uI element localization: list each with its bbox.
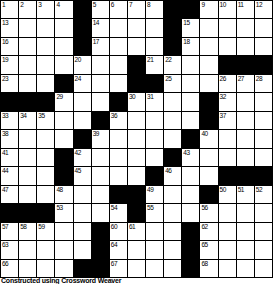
clue-number: 59 — [38, 223, 44, 230]
block-cell — [255, 56, 272, 73]
cell[interactable]: 25 — [164, 75, 181, 92]
cell[interactable] — [200, 56, 217, 73]
cell[interactable] — [128, 38, 145, 55]
cell[interactable] — [110, 19, 127, 36]
cell[interactable] — [255, 204, 272, 221]
cell[interactable]: 59 — [37, 223, 54, 240]
cell[interactable]: 42 — [74, 149, 91, 166]
clue-number: 23 — [2, 75, 8, 82]
cell[interactable]: 14 — [92, 19, 109, 36]
block-cell — [55, 149, 72, 166]
cell[interactable] — [110, 56, 127, 73]
cell[interactable] — [110, 167, 127, 184]
cell[interactable] — [219, 38, 236, 55]
cell[interactable] — [37, 38, 54, 55]
cell[interactable] — [55, 241, 72, 258]
cell[interactable] — [164, 93, 181, 110]
block-cell — [92, 260, 109, 277]
cell[interactable]: 26 — [219, 75, 236, 92]
cell[interactable]: 47 — [1, 186, 18, 203]
clue-number: 28 — [256, 75, 262, 82]
clue-number: 32 — [220, 93, 226, 100]
clue-number: 30 — [129, 93, 135, 100]
cell[interactable] — [164, 223, 181, 240]
block-cell — [74, 19, 91, 36]
cell[interactable]: 52 — [255, 186, 272, 203]
cell[interactable] — [37, 186, 54, 203]
cell[interactable]: 57 — [1, 223, 18, 240]
cell[interactable]: 19 — [1, 56, 18, 73]
cell[interactable] — [255, 149, 272, 166]
block-cell — [200, 112, 217, 129]
clue-number: 38 — [2, 130, 8, 137]
block-cell — [1, 204, 18, 221]
block-cell — [128, 204, 145, 221]
clue-number: 36 — [111, 112, 117, 119]
cell[interactable] — [19, 56, 36, 73]
cell[interactable]: 64 — [110, 241, 127, 258]
block-cell — [74, 1, 91, 18]
cell[interactable]: 66 — [1, 260, 18, 277]
clue-number: 3 — [38, 1, 41, 8]
cell[interactable]: 45 — [74, 167, 91, 184]
block-cell — [255, 167, 272, 184]
cell[interactable] — [55, 130, 72, 147]
block-cell — [128, 75, 145, 92]
cell[interactable] — [255, 223, 272, 240]
cell[interactable] — [219, 260, 236, 277]
clue-number: 25 — [165, 75, 171, 82]
clue-number: 21 — [147, 56, 153, 63]
cell[interactable] — [219, 223, 236, 240]
cell[interactable] — [37, 75, 54, 92]
cell[interactable]: 50 — [219, 186, 236, 203]
cell[interactable] — [19, 260, 36, 277]
clue-number: 62 — [201, 223, 207, 230]
cell[interactable]: 24 — [74, 75, 91, 92]
credit-caption: Constructed using Crossword Weaver — [1, 277, 121, 284]
block-cell — [128, 186, 145, 203]
cell[interactable] — [19, 130, 36, 147]
block-cell — [182, 223, 199, 240]
cell[interactable]: 4 — [55, 1, 72, 18]
block-cell — [19, 204, 36, 221]
block-cell — [182, 241, 199, 258]
cell[interactable] — [182, 93, 199, 110]
cell[interactable] — [219, 149, 236, 166]
cell[interactable] — [110, 149, 127, 166]
cell[interactable] — [237, 38, 254, 55]
cell[interactable] — [164, 241, 181, 258]
clue-number: 35 — [38, 112, 44, 119]
cell[interactable] — [146, 130, 163, 147]
cell[interactable] — [146, 223, 163, 240]
clue-number: 41 — [2, 149, 8, 156]
cell[interactable] — [182, 167, 199, 184]
clue-number: 44 — [2, 167, 8, 174]
clue-number: 45 — [75, 167, 81, 174]
clue-number: 26 — [220, 75, 226, 82]
clue-number: 8 — [147, 1, 150, 8]
cell[interactable]: 44 — [1, 167, 18, 184]
clue-number: 1 — [2, 1, 5, 8]
clue-number: 12 — [256, 1, 262, 8]
block-cell — [182, 130, 199, 147]
block-cell — [74, 130, 91, 147]
block-cell — [164, 19, 181, 36]
block-cell — [92, 241, 109, 258]
cell[interactable] — [146, 241, 163, 258]
cell[interactable] — [74, 186, 91, 203]
cell[interactable] — [37, 241, 54, 258]
cell[interactable] — [164, 204, 181, 221]
block-cell — [164, 149, 181, 166]
cell[interactable]: 20 — [74, 56, 91, 73]
block-cell — [200, 186, 217, 203]
block-cell — [37, 93, 54, 110]
cell[interactable] — [255, 93, 272, 110]
clue-number: 14 — [93, 19, 99, 26]
cell[interactable]: 36 — [110, 112, 127, 129]
cell[interactable] — [19, 186, 36, 203]
clue-number: 46 — [165, 167, 171, 174]
cell[interactable]: 56 — [200, 204, 217, 221]
block-cell — [128, 56, 145, 73]
clue-number: 37 — [220, 112, 226, 119]
cell[interactable] — [200, 75, 217, 92]
block-cell — [237, 56, 254, 73]
block-cell — [19, 93, 36, 110]
cell[interactable]: 38 — [1, 130, 18, 147]
cell[interactable] — [164, 112, 181, 129]
cell[interactable] — [200, 167, 217, 184]
cell[interactable]: 23 — [1, 75, 18, 92]
cell[interactable] — [74, 241, 91, 258]
cell[interactable]: 35 — [37, 112, 54, 129]
clue-number: 40 — [201, 130, 207, 137]
cell[interactable]: 49 — [146, 186, 163, 203]
clue-number: 5 — [93, 1, 96, 8]
cell[interactable] — [128, 19, 145, 36]
clue-number: 51 — [238, 186, 244, 193]
cell[interactable] — [146, 149, 163, 166]
clue-number: 52 — [256, 186, 262, 193]
cell[interactable]: 11 — [237, 1, 254, 18]
cell[interactable]: 2 — [19, 1, 36, 18]
cell[interactable] — [37, 149, 54, 166]
cell[interactable]: 51 — [237, 186, 254, 203]
cell[interactable]: 34 — [19, 112, 36, 129]
clue-number: 27 — [238, 75, 244, 82]
clue-number: 53 — [56, 204, 62, 211]
clue-number: 4 — [56, 1, 59, 8]
crossword-page: 1234567891011121314151617181920212223242… — [0, 0, 273, 284]
block-cell — [92, 223, 109, 240]
clue-number: 68 — [201, 260, 207, 267]
clue-number: 22 — [165, 56, 171, 63]
clue-number: 13 — [2, 19, 8, 26]
cell[interactable] — [128, 130, 145, 147]
cell[interactable]: 48 — [55, 186, 72, 203]
block-cell — [164, 38, 181, 55]
block-cell — [74, 260, 91, 277]
cell[interactable] — [255, 130, 272, 147]
cell[interactable] — [255, 19, 272, 36]
clue-number: 63 — [2, 241, 8, 248]
cell[interactable]: 15 — [182, 19, 199, 36]
cell[interactable] — [110, 38, 127, 55]
cell[interactable] — [164, 186, 181, 203]
cell[interactable] — [164, 130, 181, 147]
clue-number: 54 — [111, 204, 117, 211]
clue-number: 66 — [2, 260, 8, 267]
clue-number: 65 — [201, 241, 207, 248]
cell[interactable] — [110, 130, 127, 147]
cell[interactable] — [219, 19, 236, 36]
cell[interactable] — [200, 19, 217, 36]
cell[interactable]: 6 — [110, 1, 127, 18]
cell[interactable] — [255, 241, 272, 258]
cell[interactable] — [200, 149, 217, 166]
cell[interactable] — [219, 130, 236, 147]
clue-number: 56 — [201, 204, 207, 211]
clue-number: 55 — [147, 204, 153, 211]
clue-number: 2 — [20, 1, 23, 8]
cell[interactable]: 62 — [200, 223, 217, 240]
cell[interactable] — [74, 223, 91, 240]
clue-number: 43 — [183, 149, 189, 156]
cell[interactable] — [74, 112, 91, 129]
cell[interactable] — [146, 19, 163, 36]
cell[interactable] — [55, 38, 72, 55]
cell[interactable] — [92, 93, 109, 110]
clue-number: 57 — [2, 223, 8, 230]
block-cell — [74, 38, 91, 55]
clue-number: 17 — [93, 38, 99, 45]
cell[interactable] — [19, 149, 36, 166]
cell[interactable] — [237, 241, 254, 258]
block-cell — [37, 204, 54, 221]
cell[interactable] — [37, 167, 54, 184]
block-cell — [219, 56, 236, 73]
cell[interactable]: 13 — [1, 19, 18, 36]
cell[interactable]: 8 — [146, 1, 163, 18]
cell[interactable]: 58 — [19, 223, 36, 240]
cell[interactable]: 1 — [1, 1, 18, 18]
cell[interactable]: 39 — [92, 130, 109, 147]
block-cell — [200, 93, 217, 110]
block-cell — [92, 112, 109, 129]
clue-number: 60 — [111, 223, 117, 230]
cell[interactable]: 18 — [182, 38, 199, 55]
cell[interactable] — [237, 93, 254, 110]
clue-number: 58 — [20, 223, 26, 230]
cell[interactable] — [128, 241, 145, 258]
cell[interactable] — [237, 19, 254, 36]
block-cell — [164, 1, 181, 18]
clue-number: 31 — [147, 93, 153, 100]
cell[interactable] — [92, 56, 109, 73]
block-cell — [55, 75, 72, 92]
clue-number: 61 — [129, 223, 135, 230]
cell[interactable]: 54 — [110, 204, 127, 221]
cell[interactable] — [55, 223, 72, 240]
cell[interactable] — [55, 260, 72, 277]
block-cell — [182, 260, 199, 277]
cell[interactable]: 46 — [164, 167, 181, 184]
cell[interactable] — [255, 260, 272, 277]
cell[interactable] — [128, 260, 145, 277]
cell[interactable] — [128, 149, 145, 166]
cell[interactable] — [19, 75, 36, 92]
cell[interactable] — [19, 19, 36, 36]
cell[interactable]: 21 — [146, 56, 163, 73]
cell[interactable]: 41 — [1, 149, 18, 166]
clue-number: 34 — [20, 112, 26, 119]
clue-number: 20 — [75, 56, 81, 63]
cell[interactable]: 12 — [255, 1, 272, 18]
cell[interactable]: 5 — [92, 1, 109, 18]
cell[interactable]: 16 — [1, 38, 18, 55]
cell[interactable] — [74, 93, 91, 110]
cell[interactable] — [92, 167, 109, 184]
clue-number: 67 — [111, 260, 117, 267]
cell[interactable]: 10 — [219, 1, 236, 18]
block-cell — [219, 167, 236, 184]
block-cell — [55, 167, 72, 184]
cell[interactable]: 65 — [200, 241, 217, 258]
clue-number: 48 — [56, 186, 62, 193]
clue-number: 39 — [93, 130, 99, 137]
cell[interactable] — [37, 130, 54, 147]
block-cell — [110, 186, 127, 203]
cell[interactable] — [55, 56, 72, 73]
cell[interactable] — [146, 38, 163, 55]
cell[interactable] — [37, 56, 54, 73]
cell[interactable]: 43 — [182, 149, 199, 166]
cell[interactable]: 31 — [146, 93, 163, 110]
cell[interactable]: 68 — [200, 260, 217, 277]
cell[interactable]: 27 — [237, 75, 254, 92]
cell[interactable] — [92, 75, 109, 92]
cell[interactable] — [182, 56, 199, 73]
cell[interactable] — [255, 112, 272, 129]
cell[interactable] — [237, 112, 254, 129]
cell[interactable] — [128, 112, 145, 129]
block-cell — [182, 1, 199, 18]
clue-number: 10 — [220, 1, 226, 8]
cell[interactable]: 60 — [110, 223, 127, 240]
cell[interactable]: 67 — [110, 260, 127, 277]
cell[interactable]: 55 — [146, 204, 163, 221]
clue-number: 49 — [147, 186, 153, 193]
crossword-grid: 1234567891011121314151617181920212223242… — [0, 0, 273, 278]
cell[interactable]: 3 — [37, 1, 54, 18]
clue-number: 6 — [111, 1, 114, 8]
cell[interactable]: 61 — [128, 223, 145, 240]
block-cell — [146, 167, 163, 184]
clue-number: 29 — [56, 93, 62, 100]
clue-number: 47 — [2, 186, 8, 193]
block-cell — [110, 93, 127, 110]
cell[interactable] — [182, 75, 199, 92]
cell[interactable] — [55, 19, 72, 36]
cell[interactable]: 33 — [1, 112, 18, 129]
cell[interactable] — [37, 260, 54, 277]
block-cell — [146, 75, 163, 92]
cell[interactable] — [182, 112, 199, 129]
cell[interactable]: 32 — [219, 93, 236, 110]
cell[interactable] — [237, 130, 254, 147]
cell[interactable] — [200, 38, 217, 55]
cell[interactable] — [92, 149, 109, 166]
cell[interactable] — [146, 112, 163, 129]
cell[interactable]: 17 — [92, 38, 109, 55]
clue-number: 7 — [129, 1, 132, 8]
cell[interactable] — [19, 241, 36, 258]
cell[interactable] — [19, 38, 36, 55]
clue-number: 19 — [2, 56, 8, 63]
cell[interactable] — [237, 204, 254, 221]
cell[interactable]: 37 — [219, 112, 236, 129]
cell[interactable] — [255, 38, 272, 55]
cell[interactable] — [182, 186, 199, 203]
clue-number: 24 — [75, 75, 81, 82]
cell[interactable] — [237, 223, 254, 240]
block-cell — [237, 167, 254, 184]
clue-number: 33 — [2, 112, 8, 119]
cell[interactable]: 40 — [200, 130, 217, 147]
cell[interactable] — [110, 75, 127, 92]
cell[interactable] — [146, 260, 163, 277]
cell[interactable] — [19, 167, 36, 184]
clue-number: 18 — [183, 38, 189, 45]
clue-number: 42 — [75, 149, 81, 156]
block-cell — [1, 93, 18, 110]
clue-number: 16 — [2, 38, 8, 45]
clue-number: 15 — [183, 19, 189, 26]
cell[interactable]: 30 — [128, 93, 145, 110]
cell[interactable] — [55, 112, 72, 129]
clue-number: 50 — [220, 186, 226, 193]
cell[interactable]: 9 — [200, 1, 217, 18]
clue-number: 11 — [238, 1, 244, 8]
cell[interactable] — [74, 204, 91, 221]
clue-number: 64 — [111, 241, 117, 248]
cell[interactable] — [219, 241, 236, 258]
cell[interactable]: 28 — [255, 75, 272, 92]
cell[interactable]: 53 — [55, 204, 72, 221]
cell[interactable] — [92, 186, 109, 203]
cell[interactable] — [37, 19, 54, 36]
cell[interactable]: 63 — [1, 241, 18, 258]
cell[interactable]: 29 — [55, 93, 72, 110]
cell[interactable] — [237, 149, 254, 166]
cell[interactable] — [92, 204, 109, 221]
cell[interactable] — [128, 167, 145, 184]
cell[interactable] — [219, 204, 236, 221]
cell[interactable]: 22 — [164, 56, 181, 73]
cell[interactable]: 7 — [128, 1, 145, 18]
cell[interactable] — [182, 204, 199, 221]
clue-number: 9 — [201, 1, 204, 8]
cell[interactable] — [237, 260, 254, 277]
cell[interactable] — [164, 260, 181, 277]
